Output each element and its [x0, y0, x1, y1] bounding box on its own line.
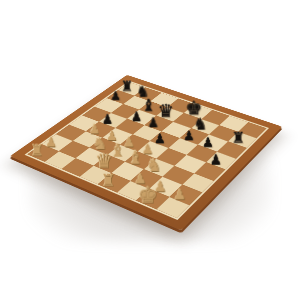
piece-black-bishop[interactable]: ♝ [141, 98, 155, 114]
piece-black-pawn[interactable]: ♟ [154, 132, 166, 145]
piece-white-knight[interactable]: ♞ [146, 157, 161, 174]
piece-black-pawn[interactable]: ♟ [131, 110, 142, 122]
piece-black-pawn[interactable]: ♟ [210, 153, 222, 167]
piece-black-pawn[interactable]: ♟ [184, 129, 196, 142]
piece-black-pawn[interactable]: ♟ [102, 113, 113, 126]
piece-white-rook[interactable]: ♜ [30, 143, 44, 158]
piece-black-pawn[interactable]: ♟ [110, 90, 121, 102]
piece-black-pawn[interactable]: ♟ [202, 136, 214, 149]
piece-white-pawn[interactable]: ♟ [45, 135, 57, 148]
piece-black-pawn[interactable]: ♟ [148, 116, 159, 129]
piece-white-queen[interactable]: ♛ [95, 150, 113, 170]
piece-white-pawn[interactable]: ♟ [174, 187, 187, 202]
piece-white-king[interactable]: ♚ [137, 184, 157, 206]
piece-white-pawn[interactable]: ♟ [142, 142, 154, 155]
piece-white-bishop[interactable]: ♝ [127, 149, 143, 167]
piece-white-rook[interactable]: ♜ [101, 173, 116, 189]
piece-black-rook[interactable]: ♜ [121, 80, 133, 94]
chess-set-photo: ♜♞♚♟♝♛♞♜♟♟♟♟♟♟♟♟♟♟♟♞♝♝♞♟♛♟♟♟♜♜♚ [0, 0, 300, 300]
piece-black-queen[interactable]: ♛ [158, 102, 174, 120]
square-a3[interactable] [56, 125, 86, 141]
piece-black-knight[interactable]: ♞ [194, 117, 208, 133]
piece-black-rook[interactable]: ♜ [231, 131, 245, 146]
